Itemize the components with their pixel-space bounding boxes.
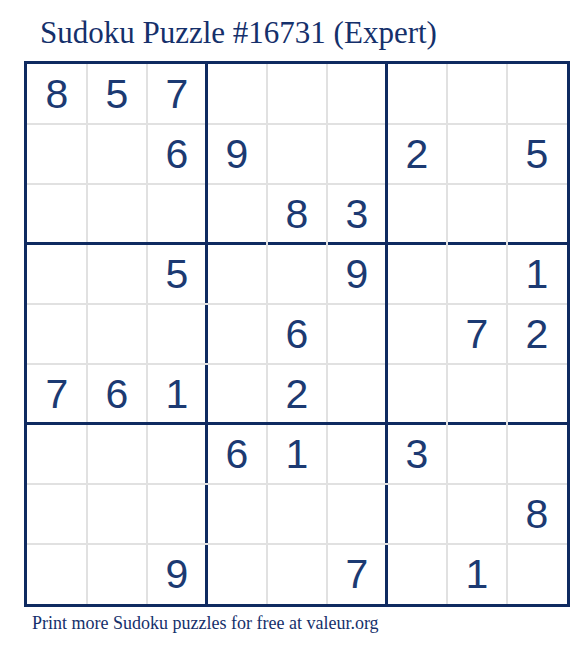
cell-separator-vertical [506, 64, 508, 604]
cell-r4c3: 5 [147, 244, 207, 304]
cell-r3c7 [387, 184, 447, 244]
cell-r8c7 [387, 484, 447, 544]
sudoku-page: Sudoku Puzzle #16731 (Expert) 8576925835… [0, 0, 580, 651]
cell-r7c8 [447, 424, 507, 484]
cell-r6c6 [327, 364, 387, 424]
cell-separator-horizontal [27, 483, 567, 485]
cell-r1c8 [447, 64, 507, 124]
box-separator-vertical [385, 64, 388, 604]
cell-r4c8 [447, 244, 507, 304]
cell-r2c4: 9 [207, 124, 267, 184]
cell-r2c8 [447, 124, 507, 184]
cell-r4c4 [207, 244, 267, 304]
box-separator-horizontal [27, 242, 567, 245]
cell-r2c6 [327, 124, 387, 184]
cell-r9c5 [267, 544, 327, 604]
cell-r3c5: 8 [267, 184, 327, 244]
cell-r2c3: 6 [147, 124, 207, 184]
cell-r7c7: 3 [387, 424, 447, 484]
cell-separator-horizontal [27, 123, 567, 125]
cell-r7c5: 1 [267, 424, 327, 484]
cell-r2c5 [267, 124, 327, 184]
cell-r9c3: 9 [147, 544, 207, 604]
cell-r4c2 [87, 244, 147, 304]
cell-separator-horizontal [27, 363, 567, 365]
cell-r1c2: 5 [87, 64, 147, 124]
cell-r9c4 [207, 544, 267, 604]
cell-r7c9 [507, 424, 567, 484]
cell-r7c4: 6 [207, 424, 267, 484]
cell-r9c1 [27, 544, 87, 604]
cell-r9c9 [507, 544, 567, 604]
cell-r6c1: 7 [27, 364, 87, 424]
cell-r1c1: 8 [27, 64, 87, 124]
cell-r2c7: 2 [387, 124, 447, 184]
cell-r5c5: 6 [267, 304, 327, 364]
cell-r3c3 [147, 184, 207, 244]
cell-r5c8: 7 [447, 304, 507, 364]
cell-separator-vertical [86, 64, 88, 604]
cell-r5c3 [147, 304, 207, 364]
cell-r1c9 [507, 64, 567, 124]
cell-separator-horizontal [27, 543, 567, 545]
cell-r5c2 [87, 304, 147, 364]
cell-r8c2 [87, 484, 147, 544]
page-title: Sudoku Puzzle #16731 (Expert) [40, 14, 437, 51]
cell-r3c9 [507, 184, 567, 244]
cell-r8c4 [207, 484, 267, 544]
cell-r5c4 [207, 304, 267, 364]
cell-r6c9 [507, 364, 567, 424]
cell-separator-vertical [326, 64, 328, 604]
cell-r9c6: 7 [327, 544, 387, 604]
cell-separator-horizontal [27, 183, 567, 185]
cell-r1c5 [267, 64, 327, 124]
cell-r8c3 [147, 484, 207, 544]
cell-r1c7 [387, 64, 447, 124]
cell-r4c1 [27, 244, 87, 304]
cell-r6c7 [387, 364, 447, 424]
cell-separator-vertical [266, 64, 268, 604]
cell-r7c1 [27, 424, 87, 484]
cell-r5c9: 2 [507, 304, 567, 364]
cell-r8c5 [267, 484, 327, 544]
sudoku-board: 85769258359167276126138971 [24, 61, 570, 607]
cell-r3c6: 3 [327, 184, 387, 244]
cell-r8c6 [327, 484, 387, 544]
cell-r1c3: 7 [147, 64, 207, 124]
cell-r7c2 [87, 424, 147, 484]
cell-r8c1 [27, 484, 87, 544]
cell-r1c6 [327, 64, 387, 124]
cell-r7c3 [147, 424, 207, 484]
cell-r6c8 [447, 364, 507, 424]
cell-r3c4 [207, 184, 267, 244]
cell-r8c9: 8 [507, 484, 567, 544]
cell-r6c3: 1 [147, 364, 207, 424]
cell-r9c7 [387, 544, 447, 604]
cell-r8c8 [447, 484, 507, 544]
cell-separator-vertical [446, 64, 448, 604]
box-separator-vertical [205, 64, 208, 604]
cell-r1c4 [207, 64, 267, 124]
cell-r2c2 [87, 124, 147, 184]
cell-r4c9: 1 [507, 244, 567, 304]
cell-r3c1 [27, 184, 87, 244]
cell-separator-horizontal [27, 303, 567, 305]
footer-text: Print more Sudoku puzzles for free at va… [32, 613, 379, 635]
cell-r2c9: 5 [507, 124, 567, 184]
cell-r4c6: 9 [327, 244, 387, 304]
cell-r4c7 [387, 244, 447, 304]
cell-r3c8 [447, 184, 507, 244]
box-separator-horizontal [27, 422, 567, 425]
cell-r5c6 [327, 304, 387, 364]
cell-r6c5: 2 [267, 364, 327, 424]
cell-r5c7 [387, 304, 447, 364]
cell-r9c2 [87, 544, 147, 604]
cell-r3c2 [87, 184, 147, 244]
cell-r4c5 [267, 244, 327, 304]
cell-r5c1 [27, 304, 87, 364]
cell-r6c2: 6 [87, 364, 147, 424]
cell-r7c6 [327, 424, 387, 484]
cell-separator-vertical [146, 64, 148, 604]
cell-r9c8: 1 [447, 544, 507, 604]
cell-r2c1 [27, 124, 87, 184]
cell-r6c4 [207, 364, 267, 424]
